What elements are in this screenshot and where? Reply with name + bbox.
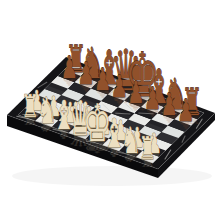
piece-black-p-g7: ♟♟	[161, 86, 178, 124]
piece-black-p-e7: ♟♟	[127, 74, 144, 112]
svg-text:♜: ♜	[21, 88, 38, 124]
piece-black-p-a7: ♟♟	[61, 49, 78, 87]
piece-white-n-g1: ♞♞	[121, 119, 141, 164]
svg-text:♟: ♟	[177, 92, 194, 128]
svg-text:♟: ♟	[144, 80, 161, 116]
board-contact-shadow	[12, 166, 212, 186]
svg-text:♟: ♟	[78, 55, 95, 91]
svg-text:♟: ♟	[127, 74, 144, 110]
chess-board: ♜♜♞♞♟♟♝♝♟♟♛♛♟♟♚♚♟♟♝♝♟♟♞♞♟♟♟♟♜♜♟♟♟♟♜♜♟♟♟♟…	[0, 0, 222, 222]
piece-black-p-d7: ♟♟	[111, 68, 128, 106]
piece-black-p-h7: ♟♟	[177, 92, 194, 130]
piece-black-p-b7: ♟♟	[78, 55, 95, 93]
svg-text:♟: ♟	[61, 49, 78, 85]
piece-white-r-h1: ♜♜	[139, 130, 156, 168]
svg-text:♜: ♜	[139, 130, 156, 166]
marble-chess-set-photo: ♜♜♞♞♟♟♝♝♟♟♛♛♟♟♚♚♟♟♝♝♟♟♞♞♟♟♟♟♜♜♟♟♟♟♜♜♟♟♟♟…	[0, 0, 222, 222]
svg-text:♞: ♞	[121, 119, 141, 161]
svg-text:♟: ♟	[111, 68, 128, 104]
piece-black-p-f7: ♟♟	[144, 80, 161, 118]
piece-white-r-a1: ♜♜	[21, 88, 38, 126]
svg-text:♟: ♟	[161, 86, 178, 122]
